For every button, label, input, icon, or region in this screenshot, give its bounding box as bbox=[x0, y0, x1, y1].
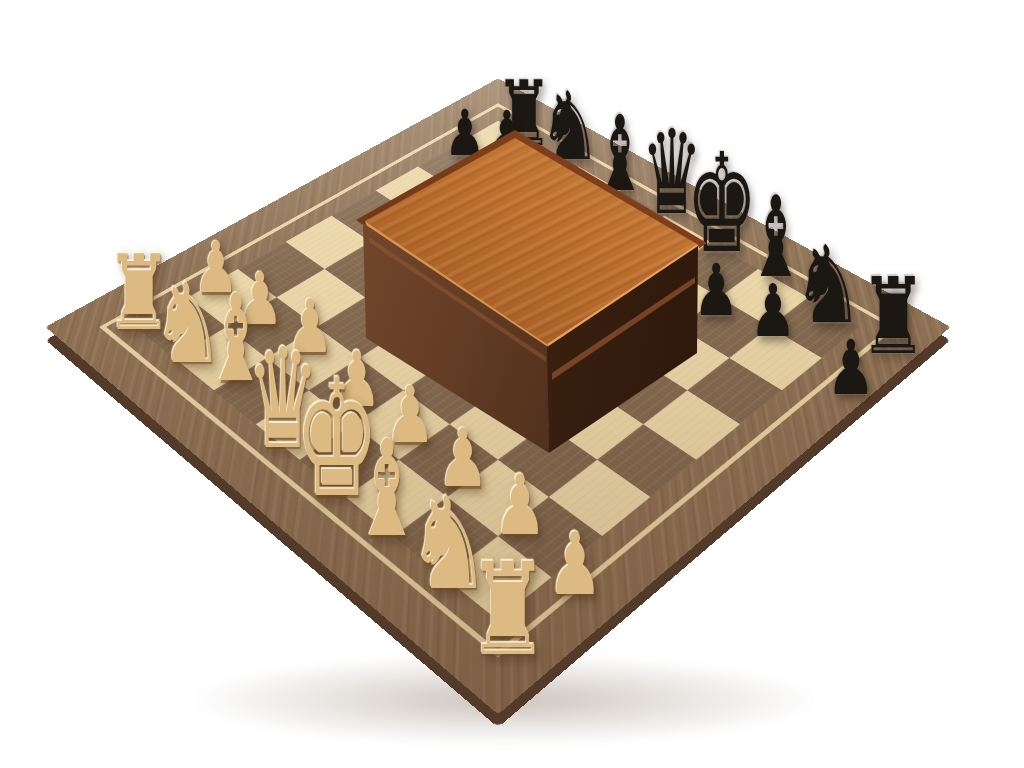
white-rook-h1[interactable]: ♜ bbox=[466, 546, 550, 674]
storage-box[interactable] bbox=[330, 105, 730, 485]
black-pawn-g7[interactable]: ♟ bbox=[827, 330, 876, 406]
black-pawn-f7[interactable]: ♟ bbox=[750, 275, 797, 348]
chess-set-photo: ♜♞♝♛♚♝♞♜♟♟♟♟♟♟♟♟♜♞♝♛♚♝♞♜♟♟♟♟♟ bbox=[0, 0, 1024, 768]
white-pawn-h2[interactable]: ♟ bbox=[547, 521, 603, 607]
